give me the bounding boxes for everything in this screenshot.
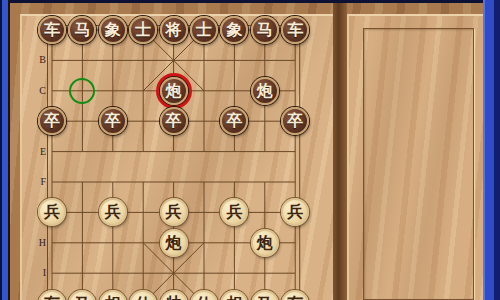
row-label-C: C (26, 85, 46, 96)
panel-divider (333, 3, 347, 300)
piece-black-soldier[interactable]: 卒 (38, 107, 66, 135)
piece-black-advisor[interactable]: 士 (129, 16, 157, 44)
row-label-H: H (26, 237, 46, 248)
window-left-edge (0, 0, 10, 300)
piece-black-soldier[interactable]: 卒 (160, 107, 188, 135)
piece-red-soldier[interactable]: 兵 (99, 198, 127, 226)
piece-red-cannon[interactable]: 炮 (160, 229, 188, 257)
piece-black-cannon[interactable]: 炮 (160, 77, 188, 105)
piece-black-soldier[interactable]: 卒 (99, 107, 127, 135)
piece-red-cannon[interactable]: 炮 (251, 229, 279, 257)
piece-black-advisor[interactable]: 士 (190, 16, 218, 44)
piece-black-horse[interactable]: 马 (251, 16, 279, 44)
window-top-edge (0, 0, 500, 3)
piece-black-elephant[interactable]: 象 (99, 16, 127, 44)
piece-black-cannon[interactable]: 炮 (251, 77, 279, 105)
piece-red-soldier[interactable]: 兵 (160, 198, 188, 226)
last-move-origin-marker (69, 78, 95, 104)
piece-black-chariot[interactable]: 车 (281, 16, 309, 44)
row-label-E: E (26, 146, 46, 157)
row-label-F: F (26, 176, 46, 187)
row-label-I: I (26, 267, 46, 278)
piece-black-general[interactable]: 将 (160, 16, 188, 44)
window-right-edge (483, 0, 500, 300)
move-list-area (363, 28, 474, 300)
row-label-B: B (26, 54, 46, 65)
xiangqi-board[interactable] (20, 14, 333, 300)
piece-black-chariot[interactable]: 车 (38, 16, 66, 44)
xiangqi-window: ABCDEFGHIJ 车马象士将士象马车炮炮卒卒卒卒卒兵兵兵兵兵炮炮车马相仕帅仕… (0, 0, 500, 300)
